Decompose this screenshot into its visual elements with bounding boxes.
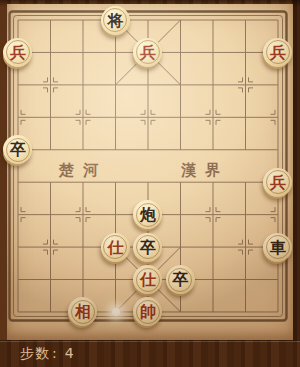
- piece-character: 車: [270, 239, 286, 256]
- piece-black-soldier[interactable]: 卒: [3, 135, 32, 164]
- step-counter-value: 4: [65, 345, 75, 361]
- board-cell: 仕: [132, 263, 165, 295]
- step-counter-separator: :: [52, 345, 58, 361]
- piece-character: 卒: [140, 239, 156, 256]
- piece-black-general[interactable]: 将: [101, 6, 130, 35]
- board-cell: 車: [262, 231, 295, 263]
- board-cell: 仕: [99, 231, 132, 263]
- board-cell: 相: [67, 296, 100, 328]
- piece-black-soldier[interactable]: 卒: [166, 265, 195, 294]
- step-counter-label: 步数: [20, 345, 50, 361]
- piece-character: 兵: [270, 44, 286, 61]
- piece-black-soldier[interactable]: 卒: [133, 233, 162, 262]
- board-cell: 兵: [2, 36, 35, 68]
- step-counter: 步数:4: [20, 345, 75, 363]
- board-cell: 兵: [262, 36, 295, 68]
- board-cell: 卒: [2, 134, 35, 166]
- board-cell: 将: [99, 4, 132, 36]
- piece-red-general[interactable]: 帥: [133, 297, 162, 326]
- board-cell: 兵: [262, 166, 295, 198]
- piece-red-soldier[interactable]: 兵: [3, 38, 32, 67]
- piece-character: 仕: [140, 271, 156, 288]
- piece-character: 兵: [10, 44, 26, 61]
- piece-red-advisor[interactable]: 仕: [101, 233, 130, 262]
- piece-character: 兵: [270, 174, 286, 191]
- piece-character: 卒: [172, 271, 188, 288]
- piece-black-chariot[interactable]: 車: [263, 233, 292, 262]
- board-cell: 帥: [132, 296, 165, 328]
- status-bar: 步数:4: [0, 340, 300, 367]
- piece-character: 帥: [140, 303, 156, 320]
- xiangqi-board[interactable]: 楚河 漢界 将兵兵兵卒兵炮仕卒車仕卒相帥: [7, 4, 293, 340]
- board-cell: 卒: [164, 263, 197, 295]
- board-cell: 炮: [132, 198, 165, 230]
- board-cell: 卒: [132, 231, 165, 263]
- piece-grid: 将兵兵兵卒兵炮仕卒車仕卒相帥: [2, 4, 295, 328]
- piece-red-elephant[interactable]: 相: [68, 297, 97, 326]
- board-cell: 兵: [132, 36, 165, 68]
- piece-character: 仕: [107, 239, 123, 256]
- piece-character: 炮: [140, 206, 156, 223]
- piece-character: 相: [75, 303, 91, 320]
- piece-red-advisor[interactable]: 仕: [133, 265, 162, 294]
- piece-black-cannon[interactable]: 炮: [133, 200, 162, 229]
- piece-character: 将: [107, 12, 123, 29]
- piece-character: 兵: [140, 44, 156, 61]
- xiangqi-app: 楚河 漢界 将兵兵兵卒兵炮仕卒車仕卒相帥 步数:4: [0, 0, 300, 367]
- piece-red-soldier[interactable]: 兵: [133, 38, 162, 67]
- piece-red-soldier[interactable]: 兵: [263, 168, 292, 197]
- piece-red-soldier[interactable]: 兵: [263, 38, 292, 67]
- piece-character: 卒: [10, 141, 26, 158]
